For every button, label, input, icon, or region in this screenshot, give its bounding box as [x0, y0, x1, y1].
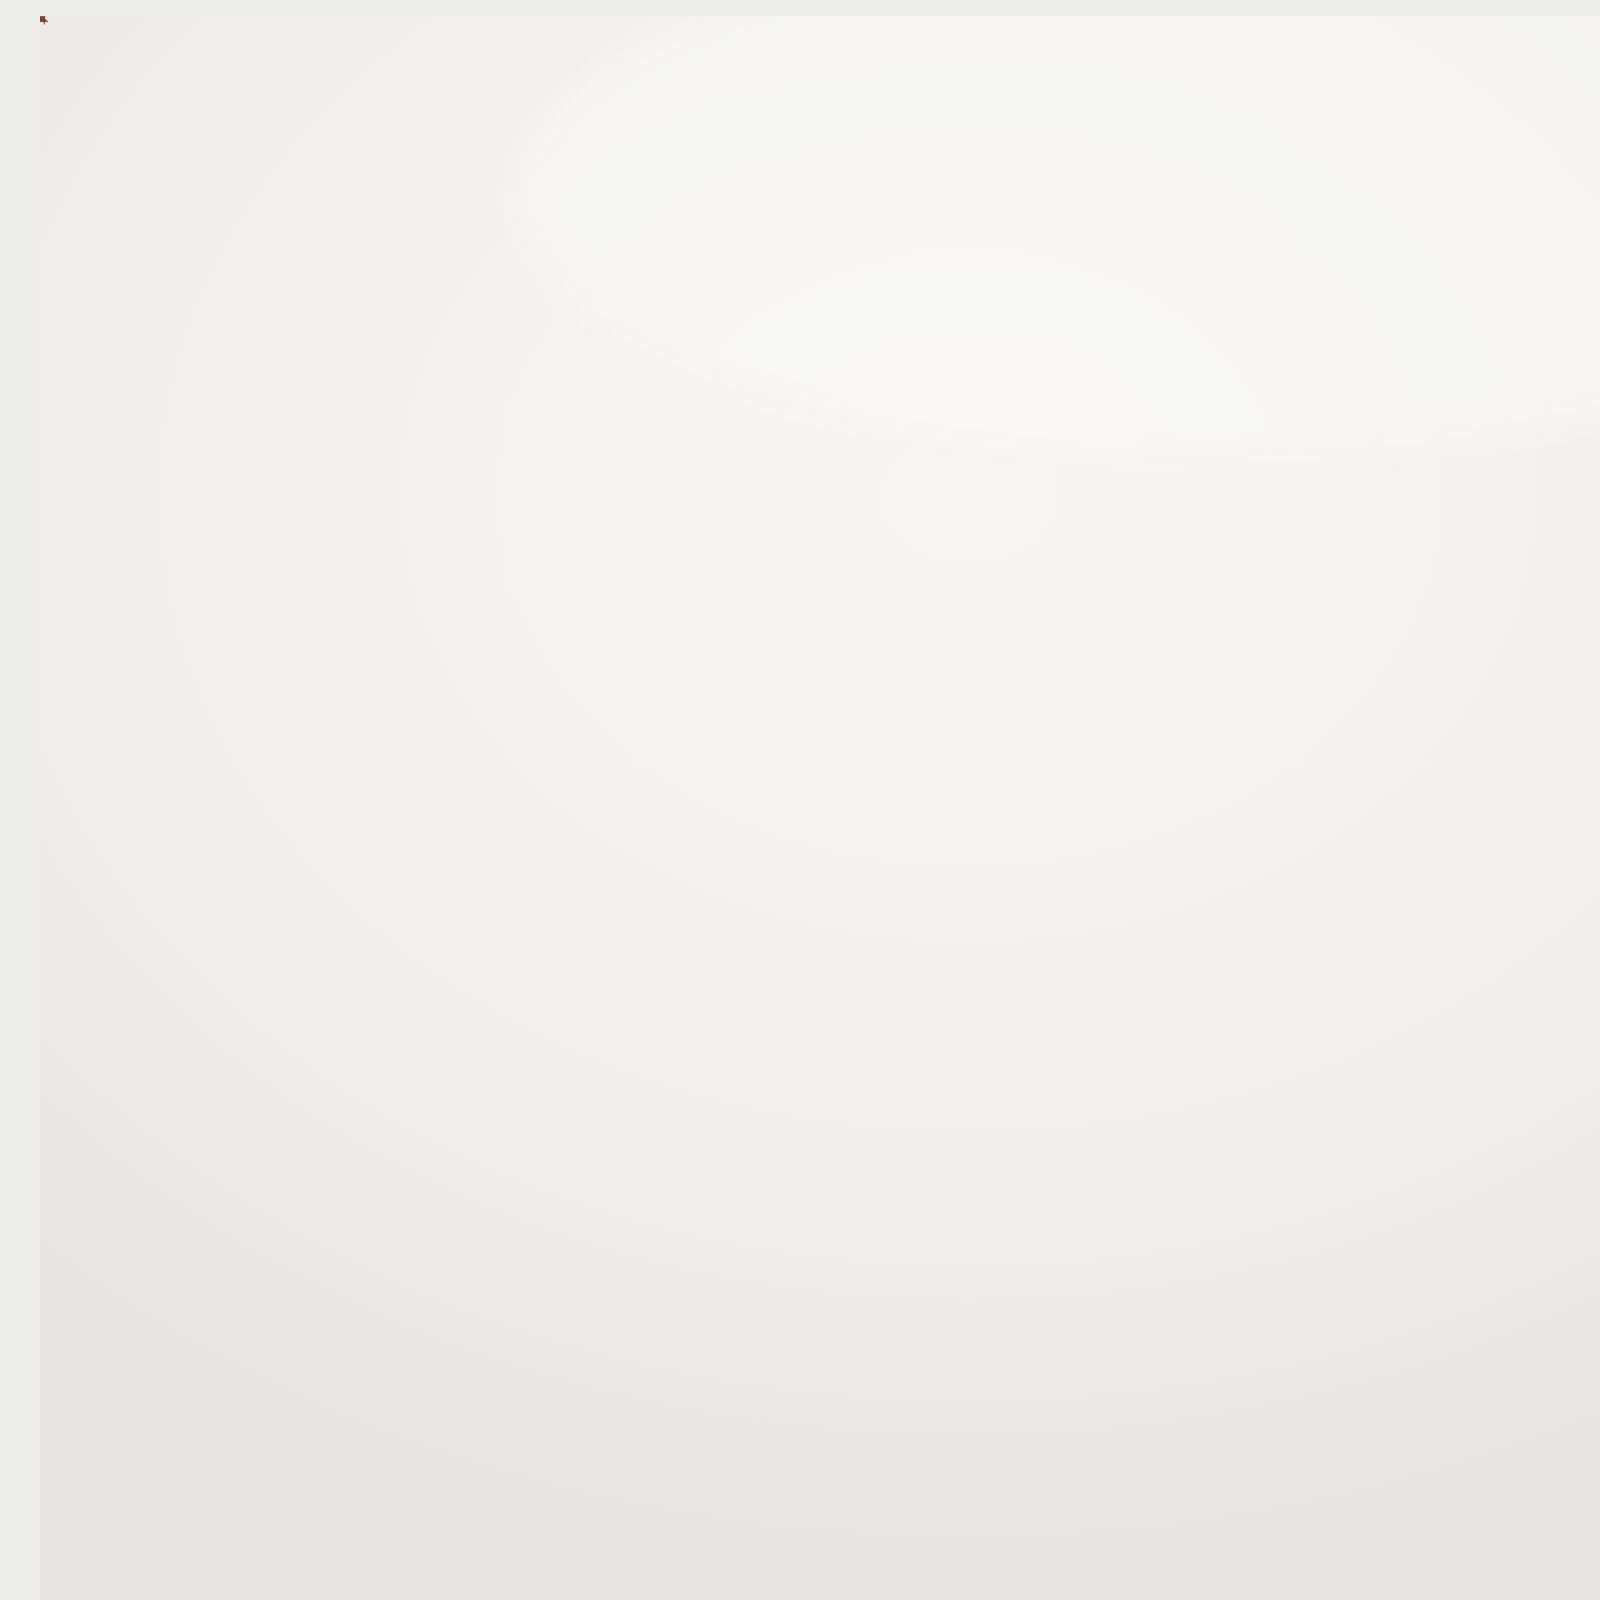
- chess-set-photo: абвгдежз1234567812345678♜♞♝♚♛♝♞♜♟♟♟♟♟♟♟♟…: [40, 16, 1600, 1600]
- piece-black-pawn-f7: ♟: [40, 16, 47, 20]
- board-photo-svg: абвгдежз1234567812345678♜♞♝♚♛♝♞♜♟♟♟♟♟♟♟♟…: [40, 16, 1600, 1600]
- pawn-glyph: ♟: [40, 16, 47, 20]
- backdrop-highlight: [520, 16, 1600, 456]
